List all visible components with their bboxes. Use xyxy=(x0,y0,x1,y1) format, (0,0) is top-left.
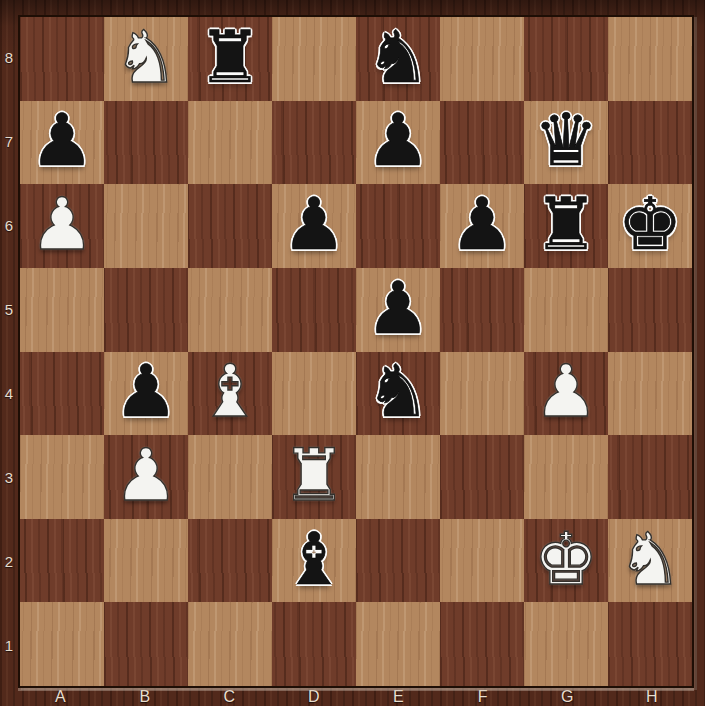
square-e7[interactable]: ♟ xyxy=(356,101,440,185)
white-knight[interactable]: ♞ xyxy=(618,523,683,595)
black-queen[interactable]: ♛ xyxy=(534,104,599,176)
rank-label-7: 7 xyxy=(0,99,18,183)
square-c3[interactable] xyxy=(188,435,272,519)
square-g5[interactable] xyxy=(524,268,608,352)
square-d2[interactable]: ♝ xyxy=(272,519,356,603)
file-label-c: C xyxy=(187,687,272,706)
square-d1[interactable] xyxy=(272,602,356,686)
square-g7[interactable]: ♛ xyxy=(524,101,608,185)
square-d5[interactable] xyxy=(272,268,356,352)
chess-board: ♞♜♞♟♟♛♟♟♟♜♚♟♟♝♞♟♟♜♝♚♞ xyxy=(18,15,694,688)
square-g2[interactable]: ♚ xyxy=(524,519,608,603)
square-b6[interactable] xyxy=(104,184,188,268)
square-f3[interactable] xyxy=(440,435,524,519)
black-bishop[interactable]: ♝ xyxy=(282,523,347,595)
file-label-b: B xyxy=(103,687,188,706)
square-h8[interactable] xyxy=(608,17,692,101)
square-b4[interactable]: ♟ xyxy=(104,352,188,436)
black-pawn[interactable]: ♟ xyxy=(366,104,431,176)
square-c1[interactable] xyxy=(188,602,272,686)
square-h6[interactable]: ♚ xyxy=(608,184,692,268)
square-d4[interactable] xyxy=(272,352,356,436)
square-e2[interactable] xyxy=(356,519,440,603)
rank-label-4: 4 xyxy=(0,352,18,436)
square-d7[interactable] xyxy=(272,101,356,185)
square-f7[interactable] xyxy=(440,101,524,185)
rank-label-3: 3 xyxy=(0,436,18,520)
square-a8[interactable] xyxy=(20,17,104,101)
black-knight[interactable]: ♞ xyxy=(366,21,431,93)
white-knight[interactable]: ♞ xyxy=(114,21,179,93)
square-b1[interactable] xyxy=(104,602,188,686)
square-c4[interactable]: ♝ xyxy=(188,352,272,436)
square-e4[interactable]: ♞ xyxy=(356,352,440,436)
white-king[interactable]: ♚ xyxy=(534,523,599,595)
file-label-e: E xyxy=(356,687,441,706)
square-c2[interactable] xyxy=(188,519,272,603)
square-h7[interactable] xyxy=(608,101,692,185)
square-g3[interactable] xyxy=(524,435,608,519)
square-f6[interactable]: ♟ xyxy=(440,184,524,268)
square-h5[interactable] xyxy=(608,268,692,352)
file-label-d: D xyxy=(272,687,357,706)
white-rook[interactable]: ♜ xyxy=(282,439,347,511)
square-e3[interactable] xyxy=(356,435,440,519)
black-rook[interactable]: ♜ xyxy=(534,188,599,260)
white-bishop[interactable]: ♝ xyxy=(198,355,263,427)
rank-label-1: 1 xyxy=(0,604,18,688)
square-f1[interactable] xyxy=(440,602,524,686)
square-a1[interactable] xyxy=(20,602,104,686)
black-king[interactable]: ♚ xyxy=(618,188,683,260)
square-a7[interactable]: ♟ xyxy=(20,101,104,185)
square-d3[interactable]: ♜ xyxy=(272,435,356,519)
black-rook[interactable]: ♜ xyxy=(198,21,263,93)
square-e8[interactable]: ♞ xyxy=(356,17,440,101)
white-pawn[interactable]: ♟ xyxy=(534,355,599,427)
square-c6[interactable] xyxy=(188,184,272,268)
square-e5[interactable]: ♟ xyxy=(356,268,440,352)
rank-label-5: 5 xyxy=(0,267,18,351)
square-g4[interactable]: ♟ xyxy=(524,352,608,436)
white-pawn[interactable]: ♟ xyxy=(30,188,95,260)
square-g6[interactable]: ♜ xyxy=(524,184,608,268)
black-pawn[interactable]: ♟ xyxy=(114,355,179,427)
chess-app: { "game": { "name": "chess", "board_them… xyxy=(0,0,705,706)
file-label-g: G xyxy=(525,687,610,706)
file-labels: ABCDEFGH xyxy=(18,687,694,706)
square-g1[interactable] xyxy=(524,602,608,686)
square-d6[interactable]: ♟ xyxy=(272,184,356,268)
square-a2[interactable] xyxy=(20,519,104,603)
square-a4[interactable] xyxy=(20,352,104,436)
white-pawn[interactable]: ♟ xyxy=(114,439,179,511)
rank-label-2: 2 xyxy=(0,520,18,604)
rank-labels: 87654321 xyxy=(0,15,18,688)
square-h4[interactable] xyxy=(608,352,692,436)
square-a3[interactable] xyxy=(20,435,104,519)
square-a6[interactable]: ♟ xyxy=(20,184,104,268)
square-h3[interactable] xyxy=(608,435,692,519)
black-pawn[interactable]: ♟ xyxy=(450,188,515,260)
square-b2[interactable] xyxy=(104,519,188,603)
square-c8[interactable]: ♜ xyxy=(188,17,272,101)
black-knight[interactable]: ♞ xyxy=(366,355,431,427)
square-f2[interactable] xyxy=(440,519,524,603)
square-d8[interactable] xyxy=(272,17,356,101)
square-a5[interactable] xyxy=(20,268,104,352)
square-f5[interactable] xyxy=(440,268,524,352)
black-pawn[interactable]: ♟ xyxy=(366,272,431,344)
file-label-h: H xyxy=(610,687,695,706)
square-f8[interactable] xyxy=(440,17,524,101)
square-h1[interactable] xyxy=(608,602,692,686)
square-e1[interactable] xyxy=(356,602,440,686)
file-label-a: A xyxy=(18,687,103,706)
square-f4[interactable] xyxy=(440,352,524,436)
square-b5[interactable] xyxy=(104,268,188,352)
square-b3[interactable]: ♟ xyxy=(104,435,188,519)
square-b7[interactable] xyxy=(104,101,188,185)
black-pawn[interactable]: ♟ xyxy=(30,104,95,176)
square-g8[interactable] xyxy=(524,17,608,101)
square-h2[interactable]: ♞ xyxy=(608,519,692,603)
square-b8[interactable]: ♞ xyxy=(104,17,188,101)
rank-label-8: 8 xyxy=(0,15,18,99)
black-pawn[interactable]: ♟ xyxy=(282,188,347,260)
square-c7[interactable] xyxy=(188,101,272,185)
file-label-f: F xyxy=(441,687,526,706)
square-e6[interactable] xyxy=(356,184,440,268)
rank-label-6: 6 xyxy=(0,183,18,267)
square-c5[interactable] xyxy=(188,268,272,352)
